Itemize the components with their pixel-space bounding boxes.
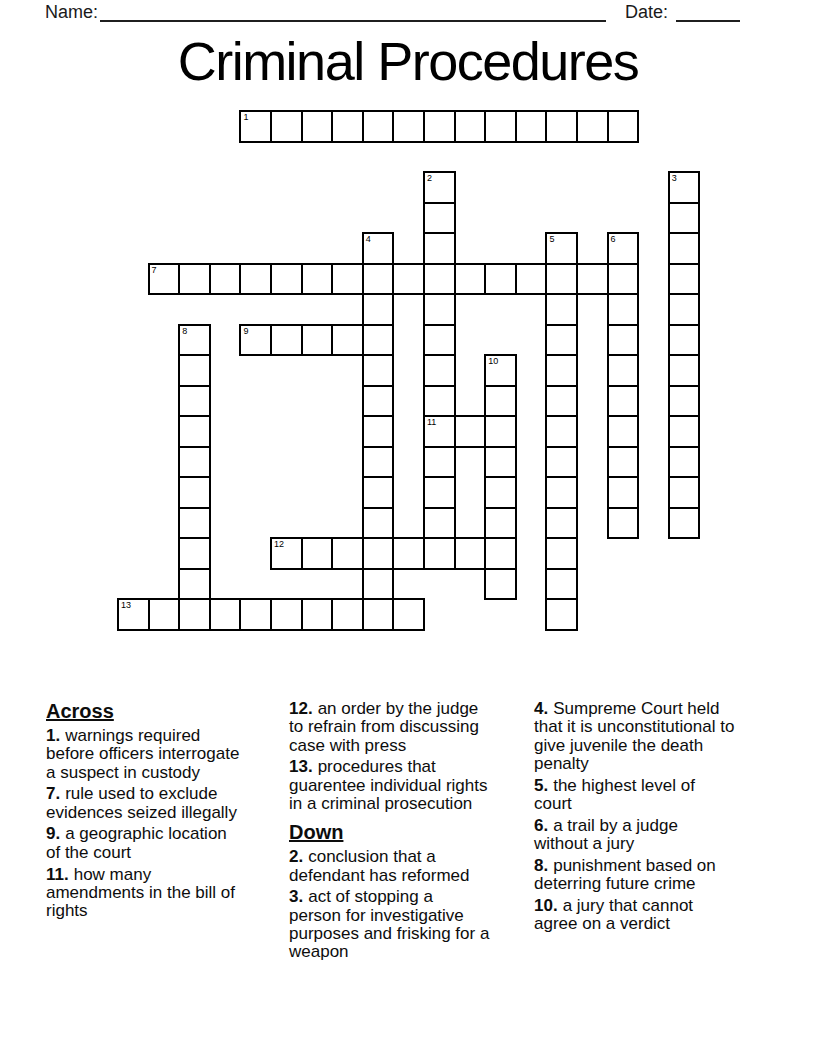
grid-cell[interactable] <box>607 263 640 296</box>
grid-cell[interactable] <box>484 385 517 418</box>
grid-clue-number: 9 <box>243 327 248 336</box>
grid-cell[interactable] <box>545 110 578 143</box>
clue-text: warnings required before officers interr… <box>46 726 239 782</box>
grid-cell[interactable] <box>270 110 303 143</box>
crossword-grid: 12345678910111213 <box>117 110 701 630</box>
grid-cell[interactable] <box>607 507 640 540</box>
grid-cell[interactable] <box>423 537 456 570</box>
clue-text: punishment based on deterring future cri… <box>534 856 716 893</box>
clue-down-10: 10.a jury that cannot agree on a verdict <box>534 897 794 934</box>
grid-cell[interactable] <box>484 263 517 296</box>
grid-cell[interactable] <box>423 324 456 357</box>
grid-cell[interactable] <box>454 415 487 448</box>
grid-cell[interactable] <box>331 110 364 143</box>
grid-cell[interactable] <box>331 598 364 631</box>
date-label: Date: <box>625 2 668 23</box>
grid-cell[interactable] <box>331 324 364 357</box>
grid-cell[interactable] <box>545 293 578 326</box>
clue-across-11: 11.how many amendments in the bill of ri… <box>46 866 296 921</box>
grid-cell[interactable] <box>178 446 211 479</box>
grid-cell[interactable] <box>607 110 640 143</box>
clue-number-label: 1. <box>46 726 60 745</box>
across-heading: Across <box>46 700 296 722</box>
grid-cell[interactable] <box>484 537 517 570</box>
grid-cell[interactable] <box>362 537 395 570</box>
grid-cell[interactable] <box>301 598 334 631</box>
grid-cell[interactable] <box>362 415 395 448</box>
grid-cell[interactable] <box>331 263 364 296</box>
grid-cell[interactable] <box>484 476 517 509</box>
date-blank-line <box>676 20 740 22</box>
clue-number-label: 4. <box>534 699 548 718</box>
clue-across-9: 9.a geographic location of the court <box>46 825 296 862</box>
clue-text: act of stopping a person for investigati… <box>289 887 489 961</box>
clue-text: an order by the judge to refrain from di… <box>289 699 479 755</box>
clue-number-label: 3. <box>289 887 303 906</box>
grid-cell[interactable] <box>362 598 395 631</box>
grid-cell[interactable] <box>454 263 487 296</box>
clue-text: Sumpreme Court held that it is unconstit… <box>534 699 734 773</box>
grid-cell[interactable] <box>209 598 242 631</box>
grid-cell[interactable] <box>607 446 640 479</box>
grid-cell[interactable] <box>607 354 640 387</box>
grid-clue-number: 3 <box>672 174 677 183</box>
clue-down-3: 3.act of stopping a person for investiga… <box>289 888 539 961</box>
grid-cell[interactable] <box>545 507 578 540</box>
grid-cell[interactable] <box>301 110 334 143</box>
grid-cell[interactable] <box>362 446 395 479</box>
clue-column-2: 12.an order by the judge to refrain from… <box>289 700 539 965</box>
grid-cell[interactable] <box>423 476 456 509</box>
down-heading: Down <box>289 821 539 843</box>
name-label: Name: <box>45 2 98 23</box>
grid-cell[interactable] <box>178 598 211 631</box>
grid-cell[interactable] <box>668 324 701 357</box>
grid-cell[interactable] <box>607 324 640 357</box>
grid-cell[interactable] <box>178 415 211 448</box>
grid-cell[interactable] <box>362 385 395 418</box>
grid-cell[interactable] <box>392 110 425 143</box>
grid-cell[interactable] <box>239 263 272 296</box>
grid-clue-number: 10 <box>488 357 498 366</box>
clue-number-label: 11. <box>46 865 69 884</box>
grid-clue-number: 1 <box>243 113 248 122</box>
clue-number-label: 9. <box>46 824 60 843</box>
clue-text: how many amendments in the bill of right… <box>46 865 235 921</box>
grid-cell[interactable] <box>301 263 334 296</box>
grid-cell[interactable] <box>362 568 395 601</box>
grid-cell[interactable] <box>423 293 456 326</box>
clue-across-7: 7.rule used to exclude evidences seized … <box>46 785 296 822</box>
grid-cell[interactable] <box>545 476 578 509</box>
grid-cell[interactable] <box>362 293 395 326</box>
grid-cell[interactable] <box>484 446 517 479</box>
grid-cell[interactable] <box>607 385 640 418</box>
grid-cell[interactable] <box>178 476 211 509</box>
clue-down-4: 4.Sumpreme Court held that it is unconst… <box>534 700 794 773</box>
grid-cell[interactable] <box>239 598 272 631</box>
grid-cell[interactable] <box>545 385 578 418</box>
grid-cell[interactable] <box>607 293 640 326</box>
grid-cell[interactable] <box>545 415 578 448</box>
grid-cell[interactable] <box>362 110 395 143</box>
grid-cell[interactable] <box>423 202 456 235</box>
grid-cell[interactable] <box>454 110 487 143</box>
grid-cell[interactable] <box>362 476 395 509</box>
grid-cell[interactable] <box>484 507 517 540</box>
grid-cell[interactable] <box>423 263 456 296</box>
grid-cell[interactable] <box>148 598 181 631</box>
clue-text: rule used to exclude evidences seized il… <box>46 784 237 821</box>
grid-cell[interactable] <box>545 537 578 570</box>
clue-across-1: 1.warnings required before officers inte… <box>46 727 296 782</box>
grid-cell[interactable] <box>668 293 701 326</box>
clue-text: a trail by a judge without a jury <box>534 816 678 853</box>
grid-clue-number: 4 <box>366 235 371 244</box>
clue-text: the highest level of court <box>534 776 695 813</box>
grid-cell[interactable] <box>362 263 395 296</box>
grid-cell[interactable] <box>545 324 578 357</box>
clue-text: a geographic location of the court <box>46 824 227 861</box>
grid-cell[interactable] <box>362 354 395 387</box>
grid-cell[interactable] <box>301 324 334 357</box>
clue-text: conclusion that a defendant has reformed <box>289 847 470 884</box>
clue-column-1: Across 1.warnings required before office… <box>46 700 296 924</box>
grid-clue-number: 2 <box>427 174 432 183</box>
grid-cell[interactable] <box>423 507 456 540</box>
grid-cell[interactable] <box>270 324 303 357</box>
grid-cell[interactable] <box>178 507 211 540</box>
grid-cell[interactable] <box>178 354 211 387</box>
clue-text: procedures that guarentee individual rig… <box>289 757 487 813</box>
clue-across-13: 13.procedures that guarentee individual … <box>289 758 539 813</box>
grid-cell[interactable] <box>270 263 303 296</box>
grid-cell[interactable] <box>423 354 456 387</box>
name-blank-line <box>100 20 606 22</box>
grid-cell[interactable] <box>668 385 701 418</box>
clue-number-label: 10. <box>534 896 558 915</box>
clue-number-label: 6. <box>534 816 548 835</box>
grid-clue-number: 7 <box>152 266 157 275</box>
clue-number-label: 5. <box>534 776 548 795</box>
grid-cell[interactable] <box>270 598 303 631</box>
grid-cell[interactable] <box>576 263 609 296</box>
clue-down-2: 2.conclusion that a defendant has reform… <box>289 848 539 885</box>
page-title: Criminal Procedures <box>0 30 816 92</box>
grid-cell[interactable] <box>301 537 334 570</box>
grid-clue-number: 8 <box>182 327 187 336</box>
grid-cell[interactable] <box>423 110 456 143</box>
grid-cell[interactable] <box>178 537 211 570</box>
grid-clue-number: 12 <box>274 540 284 549</box>
clue-across-12: 12.an order by the judge to refrain from… <box>289 700 539 755</box>
clue-number-label: 12. <box>289 699 313 718</box>
crossword-worksheet-page: { "game": "crossword", "page": { "name_l… <box>0 0 816 1056</box>
grid-cell[interactable] <box>392 537 425 570</box>
grid-cell[interactable] <box>362 507 395 540</box>
clue-number-label: 8. <box>534 856 548 875</box>
grid-cell[interactable] <box>178 568 211 601</box>
clue-down-8: 8.punishment based on deterring future c… <box>534 857 794 894</box>
grid-cell[interactable] <box>392 263 425 296</box>
grid-cell[interactable] <box>209 263 242 296</box>
grid-cell[interactable] <box>331 537 364 570</box>
grid-clue-number: 6 <box>611 235 616 244</box>
grid-cell[interactable] <box>668 202 701 235</box>
grid-cell[interactable] <box>668 446 701 479</box>
grid-cell[interactable] <box>545 568 578 601</box>
grid-clue-number: 11 <box>427 418 436 427</box>
grid-cell[interactable] <box>392 598 425 631</box>
grid-cell[interactable] <box>484 110 517 143</box>
grid-cell[interactable] <box>484 415 517 448</box>
grid-cell[interactable] <box>545 263 578 296</box>
clue-down-6: 6.a trail by a judge without a jury <box>534 817 794 854</box>
grid-cell[interactable] <box>178 263 211 296</box>
grid-cell[interactable] <box>484 568 517 601</box>
clue-column-3: 4.Sumpreme Court held that it is unconst… <box>534 700 794 937</box>
grid-cell[interactable] <box>668 476 701 509</box>
grid-cell[interactable] <box>576 110 609 143</box>
clue-number-label: 7. <box>46 784 60 803</box>
grid-clue-number: 5 <box>549 235 554 244</box>
grid-cell[interactable] <box>454 537 487 570</box>
grid-cell[interactable] <box>668 354 701 387</box>
clue-down-5: 5.the highest level of court <box>534 777 794 814</box>
grid-cell[interactable] <box>607 476 640 509</box>
clue-number-label: 2. <box>289 847 303 866</box>
clue-number-label: 13. <box>289 757 313 776</box>
grid-cell[interactable] <box>668 415 701 448</box>
grid-cell[interactable] <box>423 446 456 479</box>
grid-cell[interactable] <box>545 598 578 631</box>
grid-cell[interactable] <box>423 232 456 265</box>
grid-cell[interactable] <box>178 385 211 418</box>
grid-cell[interactable] <box>668 507 701 540</box>
grid-cell[interactable] <box>515 110 548 143</box>
grid-cell[interactable] <box>423 385 456 418</box>
grid-cell[interactable] <box>545 446 578 479</box>
grid-cell[interactable] <box>668 232 701 265</box>
grid-cell[interactable] <box>545 354 578 387</box>
grid-clue-number: 13 <box>121 601 131 610</box>
grid-cell[interactable] <box>362 324 395 357</box>
grid-cell[interactable] <box>668 263 701 296</box>
grid-cell[interactable] <box>515 263 548 296</box>
grid-cell[interactable] <box>607 415 640 448</box>
